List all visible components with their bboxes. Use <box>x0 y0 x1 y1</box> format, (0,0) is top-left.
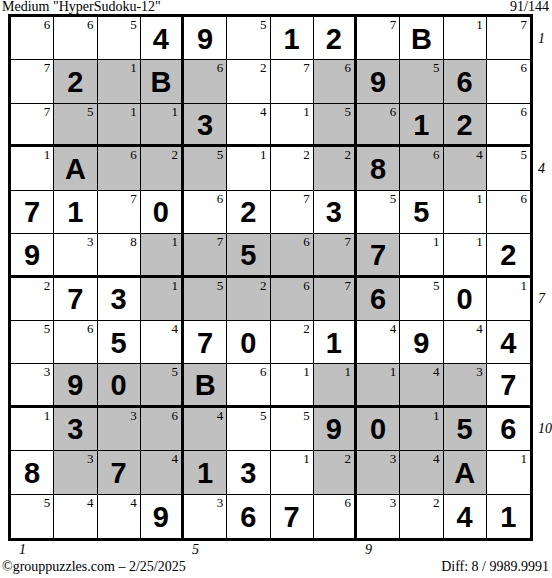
cell-r9c4[interactable]: 5 <box>141 364 184 407</box>
given-digit: 6 <box>444 60 486 102</box>
candidate-count: 7 <box>217 234 224 249</box>
cell-r4c5[interactable]: 5 <box>184 147 227 190</box>
given-digit: 0 <box>98 364 140 404</box>
cell-r10c5[interactable]: 4 <box>184 408 227 451</box>
row-label-10: 10 <box>538 421 552 437</box>
candidate-count: 3 <box>390 451 397 466</box>
cell-r3c10[interactable]: 1 <box>400 104 443 147</box>
cell-r11c4[interactable]: 4 <box>141 451 184 494</box>
col-label-5: 5 <box>192 542 199 558</box>
cell-r12c11[interactable]: 4 <box>444 495 487 538</box>
given-digit: 4 <box>487 321 530 363</box>
candidate-count: 5 <box>345 104 352 119</box>
given-digit: 3 <box>184 104 226 144</box>
cell-r8c6[interactable]: 0 <box>227 321 270 364</box>
given-digit: 5 <box>98 321 140 363</box>
candidate-count: 6 <box>217 191 224 206</box>
candidate-count: 7 <box>303 60 310 75</box>
cell-r6c3[interactable]: 8 <box>98 234 141 277</box>
given-digit: 5 <box>227 234 269 274</box>
difficulty-text: Diff: 8 / 9989.9991 <box>441 559 549 575</box>
given-digit: 1 <box>314 321 354 363</box>
candidate-count: 5 <box>521 147 528 162</box>
given-digit: 9 <box>357 60 399 102</box>
given-digit: 2 <box>54 60 96 102</box>
cell-r6c10[interactable]: 1 <box>400 234 443 277</box>
cell-r10c12[interactable]: 6 <box>487 408 530 451</box>
cell-r10c6[interactable]: 5 <box>227 408 270 451</box>
candidate-count: 5 <box>172 364 179 379</box>
given-digit: 2 <box>314 17 354 59</box>
candidate-count: 2 <box>345 147 352 162</box>
cell-r7c9[interactable]: 6 <box>357 278 400 321</box>
cell-r6c1[interactable]: 9 <box>11 234 54 277</box>
cell-r12c5[interactable]: 3 <box>184 495 227 538</box>
cell-r5c2[interactable]: 1 <box>54 191 97 234</box>
given-digit: 7 <box>11 191 53 233</box>
cell-r2c9[interactable]: 9 <box>357 60 400 103</box>
cell-r5c3[interactable]: 7 <box>98 191 141 234</box>
candidate-count: 4 <box>172 321 179 336</box>
cell-r7c6[interactable]: 2 <box>227 278 270 321</box>
candidate-count: 5 <box>44 495 51 510</box>
given-digit: 7 <box>98 451 140 493</box>
given-digit: 7 <box>487 364 530 404</box>
candidate-count: 4 <box>476 321 483 336</box>
cell-r8c3[interactable]: 5 <box>98 321 141 364</box>
cell-r4c7[interactable]: 2 <box>271 147 314 190</box>
candidate-count: 3 <box>476 364 483 379</box>
given-digit: 1 <box>487 495 530 538</box>
given-digit: A <box>54 147 96 189</box>
candidate-count: 5 <box>433 60 440 75</box>
cell-r4c12[interactable]: 5 <box>487 147 530 190</box>
candidate-count: 4 <box>476 147 483 162</box>
candidate-count: 5 <box>303 408 310 423</box>
given-digit: 6 <box>357 278 399 320</box>
candidate-count: 7 <box>521 17 528 32</box>
cell-r1c8[interactable]: 2 <box>314 17 357 60</box>
cell-r2c7[interactable]: 7 <box>271 60 314 103</box>
remaining-counter: 91/144 <box>510 0 549 15</box>
cell-r11c11[interactable]: A <box>444 451 487 494</box>
cell-r9c6[interactable]: 6 <box>227 364 270 407</box>
cell-r9c12[interactable]: 7 <box>487 364 530 407</box>
given-digit: 7 <box>357 234 399 274</box>
candidate-count: 1 <box>476 191 483 206</box>
candidate-count: 5 <box>433 278 440 293</box>
candidate-count: 8 <box>130 234 137 249</box>
cell-r2c11[interactable]: 6 <box>444 60 487 103</box>
cell-r8c11[interactable]: 4 <box>444 321 487 364</box>
candidate-count: 6 <box>217 60 224 75</box>
candidate-count: 6 <box>433 147 440 162</box>
cell-r3c8[interactable]: 5 <box>314 104 357 147</box>
given-digit: 6 <box>487 408 530 450</box>
cell-r3c11[interactable]: 2 <box>444 104 487 147</box>
given-digit: 5 <box>400 191 442 233</box>
cell-r3c5[interactable]: 3 <box>184 104 227 147</box>
cell-r5c1[interactable]: 7 <box>11 191 54 234</box>
cell-r9c9[interactable]: 1 <box>357 364 400 407</box>
row-label-1: 1 <box>538 31 545 47</box>
candidate-count: 1 <box>433 234 440 249</box>
cell-r1c3[interactable]: 5 <box>98 17 141 60</box>
candidate-count: 6 <box>87 17 94 32</box>
cell-r4c3[interactable]: 6 <box>98 147 141 190</box>
given-digit: 0 <box>227 321 269 363</box>
candidate-count: 4 <box>390 321 397 336</box>
candidate-count: 1 <box>44 408 51 423</box>
cell-r10c3[interactable]: 3 <box>98 408 141 451</box>
cell-r11c7[interactable]: 1 <box>271 451 314 494</box>
candidate-count: 4 <box>217 408 224 423</box>
candidate-count: 6 <box>521 60 528 75</box>
cell-r7c10[interactable]: 5 <box>400 278 443 321</box>
cell-r12c6[interactable]: 6 <box>227 495 270 538</box>
candidate-count: 7 <box>44 104 51 119</box>
cell-r1c12[interactable]: 7 <box>487 17 530 60</box>
candidate-count: 4 <box>130 495 137 510</box>
candidate-count: 1 <box>172 234 179 249</box>
cell-r4c2[interactable]: A <box>54 147 97 190</box>
given-digit: 8 <box>357 147 399 189</box>
candidate-count: 2 <box>303 147 310 162</box>
cell-r12c2[interactable]: 4 <box>54 495 97 538</box>
col-label-1: 1 <box>19 542 26 558</box>
given-digit: 0 <box>357 408 399 450</box>
cell-r9c2[interactable]: 9 <box>54 364 97 407</box>
cell-r11c1[interactable]: 8 <box>11 451 54 494</box>
candidate-count: 3 <box>87 234 94 249</box>
given-digit: 3 <box>54 408 96 450</box>
cell-r5c5[interactable]: 6 <box>184 191 227 234</box>
cell-r1c5[interactable]: 9 <box>184 17 227 60</box>
cell-r12c12[interactable]: 1 <box>487 495 530 538</box>
candidate-count: 5 <box>390 191 397 206</box>
cell-r1c9[interactable]: 7 <box>357 17 400 60</box>
cell-r2c1[interactable]: 7 <box>11 60 54 103</box>
candidate-count: 6 <box>44 17 51 32</box>
given-digit: 1 <box>54 191 96 233</box>
candidate-count: 4 <box>87 495 94 510</box>
given-digit: 1 <box>184 451 226 493</box>
cell-r12c8[interactable]: 6 <box>314 495 357 538</box>
given-digit: 1 <box>271 17 313 59</box>
candidate-count: 1 <box>260 147 267 162</box>
cell-r10c7[interactable]: 5 <box>271 408 314 451</box>
cell-r11c2[interactable]: 3 <box>54 451 97 494</box>
given-digit: 9 <box>54 364 96 404</box>
candidate-count: 3 <box>390 495 397 510</box>
cell-r7c4[interactable]: 1 <box>141 278 184 321</box>
cell-r11c10[interactable]: 4 <box>400 451 443 494</box>
cell-r5c10[interactable]: 5 <box>400 191 443 234</box>
row-label-4: 4 <box>538 161 545 177</box>
given-digit: 2 <box>227 191 269 233</box>
given-digit: 9 <box>400 321 442 363</box>
cell-r3c4[interactable]: 1 <box>141 104 184 147</box>
candidate-count: 3 <box>87 451 94 466</box>
candidate-count: 5 <box>87 104 94 119</box>
candidate-count: 7 <box>303 191 310 206</box>
candidate-count: 2 <box>260 278 267 293</box>
cell-r9c7[interactable]: 1 <box>271 364 314 407</box>
copyright-text: ©grouppuzzles.com – 2/25/2025 <box>2 559 186 575</box>
candidate-count: 2 <box>260 60 267 75</box>
cell-r2c12[interactable]: 6 <box>487 60 530 103</box>
given-digit: A <box>444 451 486 493</box>
candidate-count: 7 <box>130 191 137 206</box>
given-digit: 7 <box>184 321 226 363</box>
cell-r11c3[interactable]: 7 <box>98 451 141 494</box>
candidate-count: 1 <box>476 234 483 249</box>
given-digit: B <box>400 17 442 59</box>
cell-r7c5[interactable]: 5 <box>184 278 227 321</box>
cell-r4c4[interactable]: 2 <box>141 147 184 190</box>
candidate-count: 1 <box>303 451 310 466</box>
cell-r4c11[interactable]: 4 <box>444 147 487 190</box>
cell-r10c11[interactable]: 5 <box>444 408 487 451</box>
candidate-count: 6 <box>345 495 352 510</box>
cell-r3c9[interactable]: 6 <box>357 104 400 147</box>
candidate-count: 1 <box>172 104 179 119</box>
cell-r7c12[interactable]: 1 <box>487 278 530 321</box>
candidate-count: 1 <box>433 408 440 423</box>
given-digit: 6 <box>227 495 269 538</box>
cell-r3c6[interactable]: 4 <box>227 104 270 147</box>
candidate-count: 6 <box>130 147 137 162</box>
candidate-count: 1 <box>130 104 137 119</box>
candidate-count: 6 <box>521 191 528 206</box>
candidate-count: 5 <box>130 17 137 32</box>
given-digit: 7 <box>271 495 313 538</box>
candidate-count: 6 <box>303 278 310 293</box>
cell-r3c1[interactable]: 7 <box>11 104 54 147</box>
cell-r4c8[interactable]: 2 <box>314 147 357 190</box>
cell-r11c9[interactable]: 3 <box>357 451 400 494</box>
cell-r9c5[interactable]: B <box>184 364 227 407</box>
candidate-count: 4 <box>172 451 179 466</box>
cell-r11c5[interactable]: 1 <box>184 451 227 494</box>
candidate-count: 1 <box>172 278 179 293</box>
given-digit: 3 <box>227 451 269 493</box>
cell-r2c6[interactable]: 2 <box>227 60 270 103</box>
cell-r5c11[interactable]: 1 <box>444 191 487 234</box>
cell-r8c7[interactable]: 2 <box>271 321 314 364</box>
candidate-count: 4 <box>433 451 440 466</box>
cell-r9c10[interactable]: 4 <box>400 364 443 407</box>
candidate-count: 1 <box>476 17 483 32</box>
cell-r2c4[interactable]: B <box>141 60 184 103</box>
cell-r11c12[interactable]: 1 <box>487 451 530 494</box>
cell-r5c9[interactable]: 5 <box>357 191 400 234</box>
cell-r5c6[interactable]: 2 <box>227 191 270 234</box>
cell-r3c12[interactable]: 6 <box>487 104 530 147</box>
cell-r2c10[interactable]: 5 <box>400 60 443 103</box>
candidate-count: 2 <box>433 495 440 510</box>
cell-r8c1[interactable]: 5 <box>11 321 54 364</box>
cell-r3c2[interactable]: 5 <box>54 104 97 147</box>
candidate-count: 3 <box>130 408 137 423</box>
cell-r9c11[interactable]: 3 <box>444 364 487 407</box>
cell-r6c7[interactable]: 6 <box>271 234 314 277</box>
cell-r1c4[interactable]: 4 <box>141 17 184 60</box>
given-digit: 9 <box>141 495 181 538</box>
cell-r3c7[interactable]: 1 <box>271 104 314 147</box>
candidate-count: 1 <box>130 60 137 75</box>
cell-r7c2[interactable]: 7 <box>54 278 97 321</box>
candidate-count: 1 <box>521 278 528 293</box>
candidate-count: 4 <box>260 104 267 119</box>
given-digit: 4 <box>444 495 486 538</box>
candidate-count: 3 <box>217 495 224 510</box>
cell-r8c8[interactable]: 1 <box>314 321 357 364</box>
candidate-count: 2 <box>345 451 352 466</box>
candidate-count: 6 <box>87 321 94 336</box>
cell-r7c7[interactable]: 6 <box>271 278 314 321</box>
cell-r4c10[interactable]: 6 <box>400 147 443 190</box>
candidate-count: 6 <box>390 104 397 119</box>
given-digit: 5 <box>444 408 486 450</box>
given-digit: 0 <box>444 278 486 320</box>
candidate-count: 5 <box>217 147 224 162</box>
given-digit: B <box>141 60 181 102</box>
cell-r5c4[interactable]: 0 <box>141 191 184 234</box>
cell-r10c4[interactable]: 6 <box>141 408 184 451</box>
cell-r6c11[interactable]: 1 <box>444 234 487 277</box>
given-digit: 1 <box>400 104 442 144</box>
cell-r7c8[interactable]: 7 <box>314 278 357 321</box>
cell-r12c1[interactable]: 5 <box>11 495 54 538</box>
candidate-count: 1 <box>390 364 397 379</box>
given-digit: B <box>184 364 226 404</box>
cell-r12c10[interactable]: 2 <box>400 495 443 538</box>
cell-r10c1[interactable]: 1 <box>11 408 54 451</box>
cell-r8c9[interactable]: 4 <box>357 321 400 364</box>
cell-r12c3[interactable]: 4 <box>98 495 141 538</box>
given-digit: 3 <box>314 191 354 233</box>
candidate-count: 2 <box>44 278 51 293</box>
given-digit: 4 <box>141 17 181 59</box>
given-digit: 3 <box>98 278 140 320</box>
cell-r5c12[interactable]: 6 <box>487 191 530 234</box>
cell-r3c3[interactable]: 1 <box>98 104 141 147</box>
cell-r10c2[interactable]: 3 <box>54 408 97 451</box>
sudoku-board: 665495127B17721B627695667511341561261A62… <box>8 14 533 541</box>
cell-r6c12[interactable]: 2 <box>487 234 530 277</box>
cell-r8c5[interactable]: 7 <box>184 321 227 364</box>
given-digit: 2 <box>487 234 530 274</box>
cell-r5c7[interactable]: 7 <box>271 191 314 234</box>
candidate-count: 6 <box>260 364 267 379</box>
candidate-count: 6 <box>521 104 528 119</box>
candidate-count: 1 <box>44 147 51 162</box>
candidate-count: 2 <box>172 147 179 162</box>
candidate-count: 7 <box>345 278 352 293</box>
cell-r4c1[interactable]: 1 <box>11 147 54 190</box>
cell-r12c7[interactable]: 7 <box>271 495 314 538</box>
cell-r2c2[interactable]: 2 <box>54 60 97 103</box>
given-digit: 9 <box>184 17 226 59</box>
candidate-count: 5 <box>260 17 267 32</box>
candidate-count: 6 <box>172 408 179 423</box>
cell-r11c6[interactable]: 3 <box>227 451 270 494</box>
cell-r2c5[interactable]: 6 <box>184 60 227 103</box>
candidate-count: 1 <box>303 364 310 379</box>
cell-r8c4[interactable]: 4 <box>141 321 184 364</box>
cell-r11c8[interactable]: 2 <box>314 451 357 494</box>
cell-r6c2[interactable]: 3 <box>54 234 97 277</box>
cell-r12c9[interactable]: 3 <box>357 495 400 538</box>
cell-r6c4[interactable]: 1 <box>141 234 184 277</box>
cell-r8c2[interactable]: 6 <box>54 321 97 364</box>
candidate-count: 6 <box>345 60 352 75</box>
cell-r2c3[interactable]: 1 <box>98 60 141 103</box>
cell-r9c1[interactable]: 3 <box>11 364 54 407</box>
cell-r1c11[interactable]: 1 <box>444 17 487 60</box>
candidate-count: 5 <box>44 321 51 336</box>
candidate-count: 7 <box>345 234 352 249</box>
cell-r4c9[interactable]: 8 <box>357 147 400 190</box>
cell-r8c12[interactable]: 4 <box>487 321 530 364</box>
cell-r7c11[interactable]: 0 <box>444 278 487 321</box>
cell-r6c6[interactable]: 5 <box>227 234 270 277</box>
cell-r6c8[interactable]: 7 <box>314 234 357 277</box>
cell-r10c9[interactable]: 0 <box>357 408 400 451</box>
cell-r6c9[interactable]: 7 <box>357 234 400 277</box>
cell-r1c6[interactable]: 5 <box>227 17 270 60</box>
row-label-7: 7 <box>538 291 545 307</box>
cell-r12c4[interactable]: 9 <box>141 495 184 538</box>
candidate-count: 3 <box>44 364 51 379</box>
cell-r10c10[interactable]: 1 <box>400 408 443 451</box>
candidate-count: 1 <box>521 451 528 466</box>
given-digit: 7 <box>54 278 96 320</box>
page-title: Medium "HyperSudoku-12" <box>2 0 161 15</box>
cell-r6c5[interactable]: 7 <box>184 234 227 277</box>
candidate-count: 7 <box>44 60 51 75</box>
candidate-count: 6 <box>303 234 310 249</box>
cell-r1c2[interactable]: 6 <box>54 17 97 60</box>
cell-r7c3[interactable]: 3 <box>98 278 141 321</box>
cell-r9c3[interactable]: 0 <box>98 364 141 407</box>
cell-r8c10[interactable]: 9 <box>400 321 443 364</box>
given-digit: 0 <box>141 191 181 233</box>
cell-r1c1[interactable]: 6 <box>11 17 54 60</box>
col-label-9: 9 <box>365 542 372 558</box>
given-digit: 9 <box>314 408 354 450</box>
cell-r10c8[interactable]: 9 <box>314 408 357 451</box>
candidate-count: 4 <box>433 364 440 379</box>
candidate-count: 5 <box>217 278 224 293</box>
cell-r5c8[interactable]: 3 <box>314 191 357 234</box>
candidate-count: 2 <box>303 321 310 336</box>
candidate-count: 1 <box>345 364 352 379</box>
cell-r4c6[interactable]: 1 <box>227 147 270 190</box>
candidate-count: 7 <box>390 17 397 32</box>
cell-r2c8[interactable]: 6 <box>314 60 357 103</box>
given-digit: 2 <box>444 104 486 144</box>
cell-r9c8[interactable]: 1 <box>314 364 357 407</box>
cell-r1c7[interactable]: 1 <box>271 17 314 60</box>
cell-r7c1[interactable]: 2 <box>11 278 54 321</box>
candidate-count: 1 <box>303 104 310 119</box>
given-digit: 9 <box>11 234 53 274</box>
candidate-count: 5 <box>260 408 267 423</box>
cell-r1c10[interactable]: B <box>400 17 443 60</box>
given-digit: 8 <box>11 451 53 493</box>
